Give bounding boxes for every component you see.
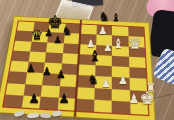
- piece-black-pawn[interactable]: ♟: [28, 92, 40, 105]
- piece-white-pawn[interactable]: ♟: [104, 43, 113, 53]
- square-a1[interactable]: [3, 94, 23, 107]
- piece-black-pawn[interactable]: ♟: [26, 63, 36, 74]
- piece-black-bishop[interactable]: ♝: [88, 49, 101, 64]
- piece-black-pawn[interactable]: ♟: [56, 69, 66, 80]
- piece-black-pawn[interactable]: ♟: [58, 92, 70, 105]
- piece-black-queen[interactable]: ♛: [31, 28, 44, 42]
- fallen-white-piece[interactable]: [27, 112, 39, 118]
- square-c2[interactable]: [41, 85, 60, 98]
- piece-black-pawn[interactable]: ♟: [45, 28, 54, 38]
- square-g2[interactable]: [112, 89, 130, 102]
- piece-white-bishop[interactable]: ♝: [112, 37, 124, 50]
- piece-white-pawn[interactable]: ♟: [101, 78, 111, 89]
- piece-black-pawn[interactable]: ♟: [42, 66, 52, 77]
- piece-white-pawn[interactable]: ♟: [118, 75, 128, 86]
- square-f1[interactable]: [93, 99, 111, 112]
- square-e2[interactable]: [76, 87, 94, 100]
- photo-chess-scene: ♚♛♟♞♟♝♟♟♟♞♟♟♟♟♟♝♛♟♟♜♟♚♞♝: [0, 0, 174, 120]
- piece-black-knight[interactable]: ♞: [87, 73, 99, 86]
- captured-black-knight[interactable]: ♞: [98, 10, 110, 23]
- piece-black-knight[interactable]: ♞: [62, 25, 73, 37]
- piece-white-king[interactable]: ♚: [139, 90, 154, 107]
- piece-white-pawn[interactable]: ♟: [99, 26, 108, 36]
- piece-white-queen[interactable]: ♛: [128, 36, 142, 52]
- square-a3[interactable]: [8, 72, 27, 84]
- square-g1[interactable]: [112, 100, 130, 113]
- square-e1[interactable]: [75, 98, 94, 111]
- square-c1[interactable]: [39, 96, 58, 109]
- square-a2[interactable]: [6, 83, 25, 96]
- piece-black-pawn[interactable]: ♟: [54, 35, 63, 45]
- captured-black-bishop[interactable]: ♝: [111, 12, 121, 23]
- piece-white-pawn[interactable]: ♟: [129, 93, 140, 105]
- fallen-white-piece[interactable]: [40, 112, 52, 118]
